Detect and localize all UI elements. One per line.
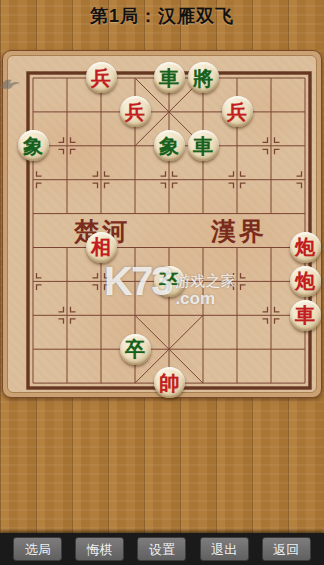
piece-black-車[interactable]: 車 [188, 130, 219, 161]
piece-black-卒[interactable]: 卒 [154, 266, 185, 297]
bottom-button-bar: 选局 悔棋 设置 退出 返回 [0, 533, 324, 565]
piece-black-象[interactable]: 象 [18, 130, 49, 161]
board-grid[interactable]: 兵車將兵兵象象車相炮卒炮車卒帥 [16, 61, 322, 400]
page-title: 第1局：汉雁双飞 [0, 4, 324, 28]
board-paper: 楚河 漢界 兵車將兵兵象象車相炮卒炮車卒帥 K73 游戏之家 .com [7, 55, 317, 393]
piece-red-兵[interactable]: 兵 [222, 96, 253, 127]
piece-red-相[interactable]: 相 [86, 232, 117, 263]
piece-black-將[interactable]: 將 [188, 62, 219, 93]
undo-move-button[interactable]: 悔棋 [75, 537, 124, 561]
piece-red-帥[interactable]: 帥 [154, 367, 185, 398]
piece-red-炮[interactable]: 炮 [290, 266, 321, 297]
settings-button[interactable]: 设置 [137, 537, 186, 561]
piece-black-車[interactable]: 車 [154, 62, 185, 93]
back-button[interactable]: 返回 [262, 537, 311, 561]
xiangqi-app: { "game": "xiangqi", "title": "第1局：汉雁双飞"… [0, 0, 324, 565]
bird-decoration-icon [0, 74, 22, 96]
piece-red-炮[interactable]: 炮 [290, 232, 321, 263]
piece-red-兵[interactable]: 兵 [120, 96, 151, 127]
piece-red-兵[interactable]: 兵 [86, 62, 117, 93]
piece-black-卒[interactable]: 卒 [120, 334, 151, 365]
board-panel: 楚河 漢界 兵車將兵兵象象車相炮卒炮車卒帥 K73 游戏之家 .com [2, 50, 322, 398]
exit-button[interactable]: 退出 [200, 537, 249, 561]
piece-black-象[interactable]: 象 [154, 130, 185, 161]
select-game-button[interactable]: 选局 [13, 537, 62, 561]
piece-red-車[interactable]: 車 [290, 300, 321, 331]
